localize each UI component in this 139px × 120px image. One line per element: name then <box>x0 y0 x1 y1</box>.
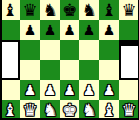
chess-board: ♝♛♞♚♞♝♛♟♟♟♟♟♟♟♟♟♟♝♛♞♚♞♝♛ <box>0 0 139 120</box>
white-knight[interactable]: ♞ <box>79 100 99 120</box>
white-pawn[interactable]: ♟ <box>60 80 79 100</box>
square-r3c5[interactable] <box>79 40 99 60</box>
white-pawn[interactable]: ♟ <box>20 80 40 100</box>
board-border-left <box>0 0 2 120</box>
black-pawn[interactable]: ♟ <box>60 20 79 40</box>
square-r4c5[interactable] <box>79 60 99 80</box>
board-hole-right <box>119 40 139 80</box>
black-pawn[interactable]: ♟ <box>20 20 40 40</box>
white-bishop[interactable]: ♝ <box>0 100 20 120</box>
square-r3c2[interactable] <box>20 40 40 60</box>
black-knight[interactable]: ♞ <box>79 0 99 20</box>
square-r4c6[interactable] <box>99 60 119 80</box>
white-pawn[interactable]: ♟ <box>79 80 99 100</box>
white-bishop[interactable]: ♝ <box>99 100 119 120</box>
black-pawn[interactable]: ♟ <box>40 20 60 40</box>
board-border-bottom <box>0 118 139 120</box>
square-r4c3[interactable] <box>40 60 60 80</box>
square-r2c7[interactable] <box>119 20 139 40</box>
square-r4c2[interactable] <box>20 60 40 80</box>
black-pawn[interactable]: ♟ <box>79 20 99 40</box>
square-r2c1[interactable] <box>0 20 20 40</box>
white-queen[interactable]: ♛ <box>20 100 40 120</box>
square-r5c7[interactable] <box>119 80 139 100</box>
white-pawn[interactable]: ♟ <box>99 80 119 100</box>
black-bishop[interactable]: ♝ <box>99 0 119 20</box>
black-bishop[interactable]: ♝ <box>0 0 20 20</box>
white-pawn[interactable]: ♟ <box>40 80 60 100</box>
square-r3c4[interactable] <box>60 40 79 60</box>
black-king[interactable]: ♚ <box>60 0 79 20</box>
white-queen[interactable]: ♛ <box>119 100 139 120</box>
black-pawn[interactable]: ♟ <box>99 20 119 40</box>
board-border-right <box>138 0 139 120</box>
square-r4c4[interactable] <box>60 60 79 80</box>
black-knight[interactable]: ♞ <box>40 0 60 20</box>
white-king[interactable]: ♚ <box>60 100 79 120</box>
board-hole-left <box>0 40 20 80</box>
square-r5c1[interactable] <box>0 80 20 100</box>
black-queen[interactable]: ♛ <box>20 0 40 20</box>
square-r3c6[interactable] <box>99 40 119 60</box>
white-knight[interactable]: ♞ <box>40 100 60 120</box>
square-r3c3[interactable] <box>40 40 60 60</box>
black-queen[interactable]: ♛ <box>119 0 139 20</box>
